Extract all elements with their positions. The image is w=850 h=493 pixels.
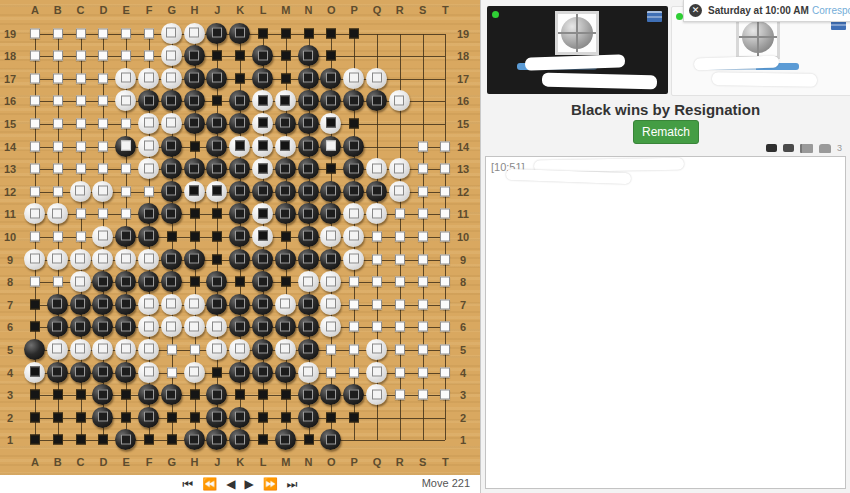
board-point[interactable] <box>70 90 92 112</box>
board-point[interactable] <box>115 136 137 158</box>
board-point[interactable] <box>275 316 297 338</box>
board-point[interactable] <box>138 316 160 338</box>
board-point[interactable] <box>275 181 297 203</box>
board-point[interactable] <box>366 316 388 338</box>
board-point[interactable] <box>92 181 114 203</box>
board-point[interactable] <box>184 249 206 271</box>
game-log-icon[interactable] <box>800 144 813 153</box>
board-point[interactable] <box>70 384 92 406</box>
board-point[interactable] <box>24 113 46 135</box>
board-point[interactable] <box>366 362 388 384</box>
board-point[interactable] <box>115 294 137 316</box>
board-point[interactable] <box>229 158 251 180</box>
rematch-button[interactable]: Rematch <box>633 120 699 144</box>
board-point[interactable] <box>275 68 297 90</box>
board-point[interactable] <box>343 384 365 406</box>
board-point[interactable] <box>229 226 251 248</box>
board-point[interactable] <box>389 384 411 406</box>
board-point[interactable] <box>161 23 183 45</box>
board-point[interactable] <box>184 203 206 225</box>
board-point[interactable] <box>47 203 69 225</box>
board-point[interactable] <box>138 407 160 429</box>
board-point[interactable] <box>389 362 411 384</box>
board-point[interactable] <box>229 407 251 429</box>
board-point[interactable] <box>161 90 183 112</box>
board-point[interactable] <box>184 181 206 203</box>
board-point[interactable] <box>320 113 342 135</box>
board-point[interactable] <box>320 90 342 112</box>
board-point[interactable] <box>47 384 69 406</box>
board-point[interactable] <box>92 294 114 316</box>
board-point[interactable] <box>298 407 320 429</box>
board-point[interactable] <box>229 249 251 271</box>
board-point[interactable] <box>275 384 297 406</box>
board-point[interactable] <box>24 203 46 225</box>
board-point[interactable] <box>252 316 274 338</box>
board-point[interactable] <box>206 23 228 45</box>
board-point[interactable] <box>412 158 434 180</box>
board-point[interactable] <box>252 136 274 158</box>
board-point[interactable] <box>115 181 137 203</box>
board-point[interactable] <box>206 181 228 203</box>
board-point[interactable] <box>298 68 320 90</box>
board-point[interactable] <box>24 316 46 338</box>
board-point[interactable] <box>138 249 160 271</box>
board-point[interactable] <box>206 362 228 384</box>
board-point[interactable] <box>70 68 92 90</box>
board-point[interactable] <box>138 203 160 225</box>
board-point[interactable] <box>229 429 251 451</box>
board-point[interactable] <box>47 294 69 316</box>
board-point[interactable] <box>184 45 206 67</box>
board-point[interactable] <box>229 68 251 90</box>
board-point[interactable] <box>138 23 160 45</box>
board-point[interactable] <box>138 384 160 406</box>
board-point[interactable] <box>115 316 137 338</box>
board-point[interactable] <box>320 271 342 293</box>
board-point[interactable] <box>206 113 228 135</box>
board-point[interactable] <box>47 136 69 158</box>
board-point[interactable] <box>161 226 183 248</box>
board-point[interactable] <box>92 23 114 45</box>
board-point[interactable] <box>206 271 228 293</box>
board-point[interactable] <box>275 23 297 45</box>
board-point[interactable] <box>298 90 320 112</box>
board-point[interactable] <box>47 429 69 451</box>
board-point[interactable] <box>343 181 365 203</box>
board-point[interactable] <box>343 316 365 338</box>
board-point[interactable] <box>298 23 320 45</box>
board-point[interactable] <box>115 384 137 406</box>
board-point[interactable] <box>343 23 365 45</box>
board-point[interactable] <box>161 384 183 406</box>
board-point[interactable] <box>70 23 92 45</box>
board-point[interactable] <box>92 249 114 271</box>
board-point[interactable] <box>366 226 388 248</box>
board-point[interactable] <box>47 339 69 361</box>
board-point[interactable] <box>184 429 206 451</box>
board-point[interactable] <box>70 271 92 293</box>
board-point[interactable] <box>275 407 297 429</box>
board-point[interactable] <box>320 226 342 248</box>
board-point[interactable] <box>206 136 228 158</box>
black-player-card[interactable] <box>487 6 668 94</box>
board-point[interactable] <box>343 271 365 293</box>
board-point[interactable] <box>412 339 434 361</box>
board-point[interactable] <box>434 339 456 361</box>
chat-bubble-icon[interactable] <box>766 144 777 152</box>
board-point[interactable] <box>343 90 365 112</box>
board-point[interactable] <box>412 294 434 316</box>
board-point[interactable] <box>366 158 388 180</box>
board-point[interactable] <box>184 384 206 406</box>
board-point[interactable] <box>47 316 69 338</box>
board-point[interactable] <box>343 226 365 248</box>
board-point[interactable] <box>252 339 274 361</box>
board-point[interactable] <box>47 90 69 112</box>
board-point[interactable] <box>389 181 411 203</box>
board-point[interactable] <box>24 249 46 271</box>
board-point[interactable] <box>206 68 228 90</box>
close-icon[interactable]: ✕ <box>689 4 702 17</box>
board-point[interactable] <box>252 158 274 180</box>
board-point[interactable] <box>229 181 251 203</box>
board-point[interactable] <box>252 90 274 112</box>
board-point[interactable] <box>138 113 160 135</box>
board-point[interactable] <box>138 429 160 451</box>
board-point[interactable] <box>161 113 183 135</box>
board-point[interactable] <box>434 203 456 225</box>
board-point[interactable] <box>275 158 297 180</box>
board-point[interactable] <box>252 226 274 248</box>
board-point[interactable] <box>206 90 228 112</box>
board-point[interactable] <box>229 203 251 225</box>
board-point[interactable] <box>161 181 183 203</box>
board-point[interactable] <box>275 249 297 271</box>
board-point[interactable] <box>252 271 274 293</box>
board-point[interactable] <box>434 294 456 316</box>
board-point[interactable] <box>161 136 183 158</box>
board-point[interactable] <box>206 249 228 271</box>
board-point[interactable] <box>252 429 274 451</box>
board-point[interactable] <box>184 90 206 112</box>
board-point[interactable] <box>366 384 388 406</box>
go-board[interactable]: AABBCCDDEEFFGGHHJJKKLLMMNNOOPPQQRRSSTT19… <box>0 0 481 475</box>
board-point[interactable] <box>229 384 251 406</box>
board-point[interactable] <box>70 203 92 225</box>
board-point[interactable] <box>24 294 46 316</box>
board-point[interactable] <box>298 316 320 338</box>
board-point[interactable] <box>343 113 365 135</box>
board-point[interactable] <box>24 181 46 203</box>
black-avatar[interactable] <box>555 11 599 55</box>
board-point[interactable] <box>229 339 251 361</box>
board-point[interactable] <box>252 181 274 203</box>
back-1-button[interactable]: ◀ <box>226 475 235 493</box>
board-point[interactable] <box>47 249 69 271</box>
board-point[interactable] <box>115 113 137 135</box>
board-point[interactable] <box>70 407 92 429</box>
board-point[interactable] <box>343 407 365 429</box>
board-point[interactable] <box>298 226 320 248</box>
board-point[interactable] <box>434 136 456 158</box>
board-point[interactable] <box>92 68 114 90</box>
board-point[interactable] <box>298 203 320 225</box>
board-point[interactable] <box>275 294 297 316</box>
board-point[interactable] <box>92 362 114 384</box>
board-point[interactable] <box>434 316 456 338</box>
board-point[interactable] <box>47 271 69 293</box>
board-point[interactable] <box>412 271 434 293</box>
board-point[interactable] <box>229 316 251 338</box>
board-point[interactable] <box>184 362 206 384</box>
board-point[interactable] <box>343 294 365 316</box>
board-point[interactable] <box>24 362 46 384</box>
board-point[interactable] <box>115 271 137 293</box>
play-button[interactable]: ▶ <box>245 475 254 493</box>
board-point[interactable] <box>343 339 365 361</box>
board-point[interactable] <box>184 316 206 338</box>
board-point[interactable] <box>320 316 342 338</box>
board-point[interactable] <box>275 90 297 112</box>
board-point[interactable] <box>320 203 342 225</box>
board-point[interactable] <box>343 136 365 158</box>
board-point[interactable] <box>92 158 114 180</box>
board-point[interactable] <box>206 226 228 248</box>
board-point[interactable] <box>115 158 137 180</box>
board-point[interactable] <box>252 68 274 90</box>
board-point[interactable] <box>161 271 183 293</box>
board-point[interactable] <box>206 158 228 180</box>
board-point[interactable] <box>184 294 206 316</box>
board-point[interactable] <box>92 113 114 135</box>
board-point[interactable] <box>298 249 320 271</box>
board-point[interactable] <box>24 339 46 361</box>
board-point[interactable] <box>252 407 274 429</box>
board-point[interactable] <box>92 407 114 429</box>
board-point[interactable] <box>320 158 342 180</box>
board-point[interactable] <box>320 429 342 451</box>
board-point[interactable] <box>252 294 274 316</box>
board-point[interactable] <box>229 45 251 67</box>
board-point[interactable] <box>92 45 114 67</box>
board-point[interactable] <box>115 362 137 384</box>
board-point[interactable] <box>115 90 137 112</box>
board-point[interactable] <box>389 294 411 316</box>
board-point[interactable] <box>229 90 251 112</box>
spectators-icon[interactable] <box>819 144 831 153</box>
board-point[interactable] <box>366 181 388 203</box>
forward-10-button[interactable]: ⏩ <box>263 475 278 493</box>
board-point[interactable] <box>70 316 92 338</box>
first-move-button[interactable]: ⏮ <box>182 475 193 493</box>
board-point[interactable] <box>115 226 137 248</box>
board-point[interactable] <box>389 90 411 112</box>
board-point[interactable] <box>24 90 46 112</box>
board-point[interactable] <box>70 45 92 67</box>
board-point[interactable] <box>161 339 183 361</box>
board-point[interactable] <box>320 294 342 316</box>
board-point[interactable] <box>343 362 365 384</box>
board-point[interactable] <box>343 158 365 180</box>
board-point[interactable] <box>70 136 92 158</box>
board-point[interactable] <box>275 271 297 293</box>
board-point[interactable] <box>138 45 160 67</box>
chat-box[interactable]: [10:51] <box>485 156 846 489</box>
board-point[interactable] <box>70 429 92 451</box>
notification-game-type-link[interactable]: Correspondence <box>812 5 850 16</box>
board-point[interactable] <box>389 339 411 361</box>
board-point[interactable] <box>115 339 137 361</box>
board-point[interactable] <box>275 45 297 67</box>
board-point[interactable] <box>24 158 46 180</box>
board-point[interactable] <box>138 68 160 90</box>
board-point[interactable] <box>92 203 114 225</box>
board-point[interactable] <box>252 23 274 45</box>
board-point[interactable] <box>275 113 297 135</box>
board-point[interactable] <box>206 294 228 316</box>
board-point[interactable] <box>115 23 137 45</box>
board-point[interactable] <box>70 181 92 203</box>
board-point[interactable] <box>24 226 46 248</box>
board-point[interactable] <box>161 158 183 180</box>
board-point[interactable] <box>24 429 46 451</box>
board-point[interactable] <box>366 294 388 316</box>
board-point[interactable] <box>115 45 137 67</box>
board-point[interactable] <box>47 362 69 384</box>
board-point[interactable] <box>366 68 388 90</box>
board-point[interactable] <box>24 407 46 429</box>
board-point[interactable] <box>24 384 46 406</box>
board-point[interactable] <box>275 339 297 361</box>
board-point[interactable] <box>138 136 160 158</box>
board-point[interactable] <box>434 362 456 384</box>
board-point[interactable] <box>434 226 456 248</box>
back-10-button[interactable]: ⏪ <box>202 475 217 493</box>
board-point[interactable] <box>252 203 274 225</box>
board-point[interactable] <box>184 158 206 180</box>
board-point[interactable] <box>138 294 160 316</box>
board-point[interactable] <box>184 136 206 158</box>
board-point[interactable] <box>320 249 342 271</box>
board-point[interactable] <box>206 316 228 338</box>
board-point[interactable] <box>298 384 320 406</box>
board-point[interactable] <box>389 316 411 338</box>
board-point[interactable] <box>229 136 251 158</box>
board-point[interactable] <box>70 113 92 135</box>
board-point[interactable] <box>115 249 137 271</box>
board-point[interactable] <box>92 339 114 361</box>
board-point[interactable] <box>47 158 69 180</box>
board-point[interactable] <box>184 271 206 293</box>
board-point[interactable] <box>412 362 434 384</box>
board-point[interactable] <box>161 45 183 67</box>
board-point[interactable] <box>434 158 456 180</box>
board-point[interactable] <box>161 429 183 451</box>
board-point[interactable] <box>47 23 69 45</box>
board-point[interactable] <box>138 271 160 293</box>
board-point[interactable] <box>138 339 160 361</box>
board-point[interactable] <box>298 181 320 203</box>
board-point[interactable] <box>92 136 114 158</box>
board-point[interactable] <box>343 203 365 225</box>
board-point[interactable] <box>161 407 183 429</box>
board-point[interactable] <box>229 271 251 293</box>
board-point[interactable] <box>92 384 114 406</box>
board-point[interactable] <box>161 203 183 225</box>
board-point[interactable] <box>161 316 183 338</box>
notification-bar[interactable]: ✕ Saturday at 10:00 AM Correspondence <box>683 0 850 22</box>
board-point[interactable] <box>389 226 411 248</box>
board-point[interactable] <box>320 45 342 67</box>
board-point[interactable] <box>320 136 342 158</box>
board-point[interactable] <box>252 362 274 384</box>
board-point[interactable] <box>161 294 183 316</box>
board-point[interactable] <box>70 339 92 361</box>
board-point[interactable] <box>366 203 388 225</box>
board-point[interactable] <box>412 226 434 248</box>
board-point[interactable] <box>366 271 388 293</box>
board-point[interactable] <box>298 271 320 293</box>
board-point[interactable] <box>184 339 206 361</box>
board-point[interactable] <box>138 362 160 384</box>
board-point[interactable] <box>412 136 434 158</box>
board-point[interactable] <box>206 407 228 429</box>
board-point[interactable] <box>115 68 137 90</box>
board-point[interactable] <box>252 384 274 406</box>
board-point[interactable] <box>252 249 274 271</box>
board-point[interactable] <box>184 226 206 248</box>
board-point[interactable] <box>115 407 137 429</box>
board-point[interactable] <box>92 226 114 248</box>
board-point[interactable] <box>92 429 114 451</box>
board-point[interactable] <box>320 23 342 45</box>
board-point[interactable] <box>24 68 46 90</box>
board-point[interactable] <box>298 136 320 158</box>
board-point[interactable] <box>184 68 206 90</box>
chat-reply-icon[interactable] <box>783 144 794 152</box>
board-point[interactable] <box>252 45 274 67</box>
board-point[interactable] <box>138 226 160 248</box>
board-point[interactable] <box>320 362 342 384</box>
board-point[interactable] <box>24 136 46 158</box>
board-point[interactable] <box>412 181 434 203</box>
board-point[interactable] <box>206 339 228 361</box>
board-point[interactable] <box>275 429 297 451</box>
board-point[interactable] <box>206 203 228 225</box>
board-point[interactable] <box>434 181 456 203</box>
board-point[interactable] <box>412 384 434 406</box>
board-point[interactable] <box>184 407 206 429</box>
board-point[interactable] <box>206 429 228 451</box>
board-point[interactable] <box>24 23 46 45</box>
board-point[interactable] <box>366 249 388 271</box>
board-point[interactable] <box>92 90 114 112</box>
board-point[interactable] <box>389 158 411 180</box>
board-point[interactable] <box>298 362 320 384</box>
board-point[interactable] <box>275 226 297 248</box>
board-point[interactable] <box>389 203 411 225</box>
board-point[interactable] <box>389 249 411 271</box>
board-point[interactable] <box>161 68 183 90</box>
board-point[interactable] <box>298 45 320 67</box>
board-point[interactable] <box>138 181 160 203</box>
board-point[interactable] <box>115 429 137 451</box>
board-point[interactable] <box>47 113 69 135</box>
board-point[interactable] <box>24 45 46 67</box>
board-point[interactable] <box>47 45 69 67</box>
board-point[interactable] <box>47 226 69 248</box>
